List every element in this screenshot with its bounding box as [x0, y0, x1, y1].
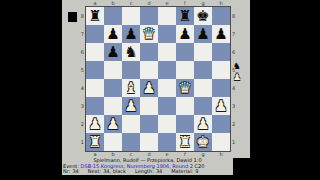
square-c2[interactable] — [122, 115, 140, 133]
file-label-bottom-d: d — [140, 151, 158, 158]
stat-label: Nr: — [63, 169, 70, 174]
file-label-top-h: h — [212, 0, 230, 7]
stats-line: Nr:34Next:34, blackLength:34Material:9 — [62, 169, 233, 175]
black-pawn-b6[interactable]: ♟ — [106, 43, 119, 61]
board-panel: abcdefgh 87654321 87654321 ♜♜♚♟♟♛♟♟♟♟♞♝♟… — [62, 0, 250, 158]
rank-label-left-1: 1 — [66, 133, 86, 151]
square-h1[interactable] — [212, 133, 230, 151]
square-c3[interactable]: ♟ — [122, 97, 140, 115]
rank-label-left-6: 6 — [66, 43, 86, 61]
rank-label-right-8: 8 — [230, 7, 250, 25]
file-label-bottom-a: a — [86, 151, 104, 158]
board: ♜♜♚♟♟♛♟♟♟♟♞♝♟♛♟♟♟♟♟♜♜♚ — [86, 7, 230, 151]
square-e1[interactable] — [158, 133, 176, 151]
stat-nr: Nr:34 — [63, 169, 79, 175]
square-g7[interactable]: ♟ — [194, 25, 212, 43]
white-pawn-a2[interactable]: ♟ — [88, 115, 101, 133]
square-d1[interactable] — [140, 133, 158, 151]
square-b5[interactable] — [104, 61, 122, 79]
square-d3[interactable] — [140, 97, 158, 115]
stat-value: 34 — [156, 169, 162, 174]
square-f3[interactable] — [176, 97, 194, 115]
event-value[interactable]: DSB-15.Kongress, Nuremberg 1906, Round 2 — [81, 164, 193, 169]
stat-material: Material:9 — [171, 169, 198, 175]
black-pawn-b7[interactable]: ♟ — [106, 25, 119, 43]
white-pawn-h3[interactable]: ♟ — [214, 97, 227, 115]
white-rook-a1[interactable]: ♜ — [88, 133, 101, 151]
square-f4[interactable]: ♛ — [176, 79, 194, 97]
file-label-bottom-h: h — [212, 151, 230, 158]
rank-label-left-3: 3 — [66, 97, 86, 115]
white-pawn-c3[interactable]: ♟ — [124, 97, 137, 115]
square-c5[interactable] — [122, 61, 140, 79]
black-rook-a8[interactable]: ♜ — [88, 7, 101, 25]
square-c6[interactable]: ♞ — [122, 43, 140, 61]
white-queen-f4[interactable]: ♛ — [178, 79, 191, 97]
file-label-top-c: c — [122, 0, 140, 7]
game-caption: Spielmann, Rudolf — Przepiorka, Dawid 1:… — [62, 158, 233, 175]
stat-value: 9 — [195, 169, 198, 174]
square-g3[interactable] — [194, 97, 212, 115]
square-e3[interactable] — [158, 97, 176, 115]
black-pawn-c7[interactable]: ♟ — [124, 25, 137, 43]
file-labels-top: abcdefgh — [86, 0, 230, 7]
stat-next: Next:34, black — [88, 169, 126, 175]
square-e6[interactable] — [158, 43, 176, 61]
rank-labels-left: 87654321 — [66, 7, 86, 151]
square-h2[interactable] — [212, 115, 230, 133]
file-label-bottom-c: c — [122, 151, 140, 158]
black-king-g8[interactable]: ♚ — [196, 7, 209, 25]
square-h4[interactable] — [212, 79, 230, 97]
black-pawn-h7[interactable]: ♟ — [214, 25, 227, 43]
square-c1[interactable] — [122, 133, 140, 151]
square-f5[interactable] — [176, 61, 194, 79]
file-label-top-f: f — [176, 0, 194, 7]
square-a4[interactable] — [86, 79, 104, 97]
file-label-top-d: d — [140, 0, 158, 7]
square-a6[interactable] — [86, 43, 104, 61]
file-labels-bottom: abcdefgh — [86, 151, 230, 158]
file-label-top-g: g — [194, 0, 212, 7]
square-c7[interactable]: ♟ — [122, 25, 140, 43]
white-pawn-b2[interactable]: ♟ — [106, 115, 119, 133]
square-a7[interactable] — [86, 25, 104, 43]
black-pawn-f7[interactable]: ♟ — [178, 25, 191, 43]
square-e7[interactable] — [158, 25, 176, 43]
white-bishop-c4[interactable]: ♝ — [124, 79, 137, 97]
white-pawn-icon: ♟ — [233, 72, 241, 83]
white-pawn-g2[interactable]: ♟ — [196, 115, 209, 133]
file-label-top-b: b — [104, 0, 122, 7]
square-f6[interactable] — [176, 43, 194, 61]
file-label-bottom-g: g — [194, 151, 212, 158]
square-e8[interactable] — [158, 7, 176, 25]
white-rook-f1[interactable]: ♜ — [178, 133, 191, 151]
square-e4[interactable] — [158, 79, 176, 97]
stat-value: 34, black — [103, 169, 126, 174]
square-b1[interactable] — [104, 133, 122, 151]
square-h6[interactable] — [212, 43, 230, 61]
square-h7[interactable]: ♟ — [212, 25, 230, 43]
square-a2[interactable]: ♟ — [86, 115, 104, 133]
square-f7[interactable]: ♟ — [176, 25, 194, 43]
square-a5[interactable] — [86, 61, 104, 79]
black-knight-icon: ♞ — [233, 61, 241, 72]
square-b7[interactable]: ♟ — [104, 25, 122, 43]
square-a3[interactable] — [86, 97, 104, 115]
square-a8[interactable]: ♜ — [86, 7, 104, 25]
eco-code: C20 — [195, 164, 205, 169]
square-g1[interactable]: ♚ — [194, 133, 212, 151]
square-a1[interactable]: ♜ — [86, 133, 104, 151]
white-queen-d7[interactable]: ♛ — [142, 25, 155, 43]
rank-label-left-5: 5 — [66, 61, 86, 79]
square-b2[interactable]: ♟ — [104, 115, 122, 133]
rank-label-left-2: 2 — [66, 115, 86, 133]
rank-label-left-7: 7 — [66, 25, 86, 43]
square-c8[interactable] — [122, 7, 140, 25]
file-label-bottom-f: f — [176, 151, 194, 158]
stat-label: Next: — [88, 169, 101, 174]
rank-label-right-7: 7 — [230, 25, 250, 43]
stat-label: Material: — [171, 169, 193, 174]
square-d4[interactable]: ♟ — [140, 79, 158, 97]
white-king-g1[interactable]: ♚ — [196, 133, 209, 151]
square-f2[interactable] — [176, 115, 194, 133]
square-b3[interactable] — [104, 97, 122, 115]
rank-label-right-6: 6 — [230, 43, 250, 61]
square-h3[interactable]: ♟ — [212, 97, 230, 115]
square-d8[interactable] — [140, 7, 158, 25]
square-d5[interactable] — [140, 61, 158, 79]
video-frame: abcdefgh 87654321 87654321 ♜♜♚♟♟♛♟♟♟♟♞♝♟… — [0, 0, 320, 180]
file-label-bottom-e: e — [158, 151, 176, 158]
file-label-top-a: a — [86, 0, 104, 7]
file-label-top-e: e — [158, 0, 176, 7]
square-g8[interactable]: ♚ — [194, 7, 212, 25]
event-label: Event: — [63, 164, 79, 169]
black-rook-f8[interactable]: ♜ — [178, 7, 191, 25]
square-d7[interactable]: ♛ — [140, 25, 158, 43]
square-h8[interactable] — [212, 7, 230, 25]
rank-label-right-1: 1 — [230, 133, 250, 151]
file-label-bottom-b: b — [104, 151, 122, 158]
stat-label: Length: — [135, 169, 154, 174]
square-b6[interactable]: ♟ — [104, 43, 122, 61]
square-g5[interactable] — [194, 61, 212, 79]
black-knight-c6[interactable]: ♞ — [124, 43, 137, 61]
rank-label-right-2: 2 — [230, 115, 250, 133]
black-to-move-indicator — [68, 12, 77, 22]
square-f8[interactable]: ♜ — [176, 7, 194, 25]
square-h5[interactable] — [212, 61, 230, 79]
square-b4[interactable] — [104, 79, 122, 97]
square-c4[interactable]: ♝ — [122, 79, 140, 97]
stat-value: 34 — [72, 169, 78, 174]
square-e2[interactable] — [158, 115, 176, 133]
square-g2[interactable]: ♟ — [194, 115, 212, 133]
white-pawn-d4[interactable]: ♟ — [142, 79, 155, 97]
square-f1[interactable]: ♜ — [176, 133, 194, 151]
square-e5[interactable] — [158, 61, 176, 79]
square-b8[interactable] — [104, 7, 122, 25]
stat-length: Length:34 — [135, 169, 162, 175]
square-g6[interactable] — [194, 43, 212, 61]
material-icons: ♞♟ — [233, 61, 249, 83]
square-d6[interactable] — [140, 43, 158, 61]
black-pawn-g7[interactable]: ♟ — [196, 25, 209, 43]
square-g4[interactable] — [194, 79, 212, 97]
rank-label-right-3: 3 — [230, 97, 250, 115]
square-d2[interactable] — [140, 115, 158, 133]
rank-label-left-4: 4 — [66, 79, 86, 97]
